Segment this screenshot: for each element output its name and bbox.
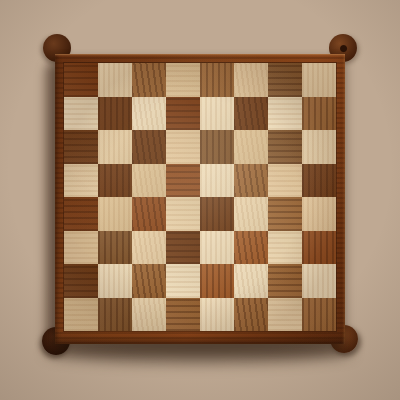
square-r7c7 xyxy=(268,264,302,298)
square-r3c8 xyxy=(302,130,336,164)
square-r8c6 xyxy=(234,298,268,332)
square-r3c6 xyxy=(234,130,268,164)
square-r4c1 xyxy=(64,164,98,198)
square-r7c6 xyxy=(234,264,268,298)
square-r6c7 xyxy=(268,231,302,265)
square-r8c2 xyxy=(98,298,132,332)
board-squares xyxy=(64,63,336,331)
square-r8c8 xyxy=(302,298,336,332)
square-r6c6 xyxy=(234,231,268,265)
board-cast-shadow xyxy=(46,341,352,363)
square-r8c7 xyxy=(268,298,302,332)
floor xyxy=(0,0,400,400)
square-r5c8 xyxy=(302,197,336,231)
chess-board xyxy=(55,54,345,344)
square-r2c8 xyxy=(302,97,336,131)
square-r1c1 xyxy=(64,63,98,97)
square-r6c5 xyxy=(200,231,234,265)
square-r8c4 xyxy=(166,298,200,332)
square-r8c1 xyxy=(64,298,98,332)
square-r8c3 xyxy=(132,298,166,332)
square-r4c4 xyxy=(166,164,200,198)
square-r5c3 xyxy=(132,197,166,231)
square-r6c8 xyxy=(302,231,336,265)
square-r1c4 xyxy=(166,63,200,97)
square-r5c7 xyxy=(268,197,302,231)
square-r4c6 xyxy=(234,164,268,198)
square-r2c1 xyxy=(64,97,98,131)
square-r3c1 xyxy=(64,130,98,164)
square-r6c4 xyxy=(166,231,200,265)
square-r1c7 xyxy=(268,63,302,97)
square-r1c8 xyxy=(302,63,336,97)
square-r7c1 xyxy=(64,264,98,298)
square-r5c5 xyxy=(200,197,234,231)
square-r2c3 xyxy=(132,97,166,131)
square-r7c3 xyxy=(132,264,166,298)
square-r5c2 xyxy=(98,197,132,231)
square-r1c3 xyxy=(132,63,166,97)
square-r4c3 xyxy=(132,164,166,198)
square-r6c2 xyxy=(98,231,132,265)
square-r5c6 xyxy=(234,197,268,231)
square-r2c5 xyxy=(200,97,234,131)
square-r2c7 xyxy=(268,97,302,131)
square-r4c5 xyxy=(200,164,234,198)
square-r4c8 xyxy=(302,164,336,198)
square-r4c2 xyxy=(98,164,132,198)
square-r3c3 xyxy=(132,130,166,164)
square-r5c4 xyxy=(166,197,200,231)
square-r7c2 xyxy=(98,264,132,298)
square-r7c4 xyxy=(166,264,200,298)
square-r2c6 xyxy=(234,97,268,131)
square-r3c2 xyxy=(98,130,132,164)
square-r3c5 xyxy=(200,130,234,164)
square-r2c4 xyxy=(166,97,200,131)
square-r7c8 xyxy=(302,264,336,298)
square-r4c7 xyxy=(268,164,302,198)
square-r3c7 xyxy=(268,130,302,164)
square-r1c5 xyxy=(200,63,234,97)
square-r3c4 xyxy=(166,130,200,164)
square-r2c2 xyxy=(98,97,132,131)
square-r7c5 xyxy=(200,264,234,298)
square-r5c1 xyxy=(64,197,98,231)
square-r8c5 xyxy=(200,298,234,332)
square-r1c6 xyxy=(234,63,268,97)
square-r6c3 xyxy=(132,231,166,265)
square-r1c2 xyxy=(98,63,132,97)
square-r6c1 xyxy=(64,231,98,265)
